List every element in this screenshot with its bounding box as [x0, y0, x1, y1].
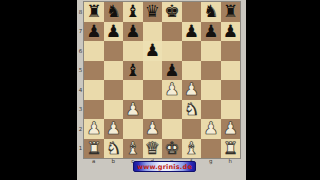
square-a8[interactable]: ♜ — [84, 2, 104, 22]
square-e8[interactable]: ♚ — [162, 2, 182, 22]
website-banner[interactable]: www.grinis.de — [133, 161, 196, 172]
rank-label-4: 4 — [77, 80, 84, 100]
square-f6[interactable] — [182, 41, 202, 61]
piece-white-pawn: ♟ — [221, 119, 241, 139]
file-label-a: a — [84, 157, 104, 165]
square-e2[interactable] — [162, 119, 182, 139]
square-d3[interactable] — [143, 100, 163, 120]
square-b7[interactable]: ♟ — [104, 22, 124, 42]
rank-label-7: 7 — [77, 22, 84, 42]
square-d8[interactable]: ♛ — [143, 2, 163, 22]
piece-black-rook: ♜ — [221, 2, 241, 22]
square-c5[interactable]: ♝ — [123, 61, 143, 81]
square-b5[interactable] — [104, 61, 124, 81]
square-d1[interactable]: ♛ — [143, 139, 163, 159]
square-a4[interactable] — [84, 80, 104, 100]
square-d7[interactable] — [143, 22, 163, 42]
piece-white-pawn: ♟ — [182, 80, 202, 100]
square-g7[interactable]: ♟ — [201, 22, 221, 42]
square-b1[interactable]: ♞ — [104, 139, 124, 159]
rank-label-8: 8 — [77, 2, 84, 22]
piece-black-rook: ♜ — [84, 2, 104, 22]
piece-black-pawn: ♟ — [143, 41, 163, 61]
website-banner-text: www.grinis.de — [137, 163, 192, 171]
square-e6[interactable] — [162, 41, 182, 61]
piece-black-pawn: ♟ — [201, 22, 221, 42]
square-g1[interactable] — [201, 139, 221, 159]
square-c1[interactable]: ♝ — [123, 139, 143, 159]
square-b8[interactable]: ♞ — [104, 2, 124, 22]
square-g8[interactable]: ♞ — [201, 2, 221, 22]
square-h8[interactable]: ♜ — [221, 2, 241, 22]
piece-white-rook: ♜ — [84, 139, 104, 159]
piece-black-pawn: ♟ — [104, 22, 124, 42]
square-d5[interactable] — [143, 61, 163, 81]
square-e3[interactable] — [162, 100, 182, 120]
square-c8[interactable]: ♝ — [123, 2, 143, 22]
square-b3[interactable] — [104, 100, 124, 120]
piece-white-bishop: ♝ — [182, 139, 202, 159]
chessboard: ♜♞♝♛♚♞♜♟♟♟♟♟♟♟♝♟♟♟♟♞♟♟♟♟♟♜♞♝♛♚♝♜ — [84, 2, 240, 158]
piece-white-king: ♚ — [162, 139, 182, 159]
square-d4[interactable] — [143, 80, 163, 100]
square-d2[interactable]: ♟ — [143, 119, 163, 139]
square-f1[interactable]: ♝ — [182, 139, 202, 159]
square-h7[interactable]: ♟ — [221, 22, 241, 42]
square-h4[interactable] — [221, 80, 241, 100]
rank-label-3: 3 — [77, 100, 84, 120]
rank-label-5: 5 — [77, 61, 84, 81]
square-g3[interactable] — [201, 100, 221, 120]
piece-black-knight: ♞ — [104, 2, 124, 22]
piece-white-pawn: ♟ — [123, 100, 143, 120]
file-label-g: g — [201, 157, 221, 165]
square-a1[interactable]: ♜ — [84, 139, 104, 159]
piece-black-pawn: ♟ — [221, 22, 241, 42]
square-h1[interactable]: ♜ — [221, 139, 241, 159]
piece-white-rook: ♜ — [221, 139, 241, 159]
rank-label-6: 6 — [77, 41, 84, 61]
square-c4[interactable] — [123, 80, 143, 100]
file-label-h: h — [221, 157, 241, 165]
piece-white-pawn: ♟ — [84, 119, 104, 139]
square-a5[interactable] — [84, 61, 104, 81]
square-c3[interactable]: ♟ — [123, 100, 143, 120]
square-e4[interactable]: ♟ — [162, 80, 182, 100]
square-g6[interactable] — [201, 41, 221, 61]
square-g5[interactable] — [201, 61, 221, 81]
piece-black-king: ♚ — [162, 2, 182, 22]
video-frame: 87654321 ♜♞♝♛♚♞♜♟♟♟♟♟♟♟♝♟♟♟♟♞♟♟♟♟♟♜♞♝♛♚♝… — [0, 0, 320, 180]
square-g2[interactable]: ♟ — [201, 119, 221, 139]
piece-white-knight: ♞ — [104, 139, 124, 159]
file-label-b: b — [104, 157, 124, 165]
piece-white-pawn: ♟ — [162, 80, 182, 100]
square-c7[interactable]: ♟ — [123, 22, 143, 42]
piece-white-knight: ♞ — [182, 100, 202, 120]
square-b6[interactable] — [104, 41, 124, 61]
square-b4[interactable] — [104, 80, 124, 100]
square-e7[interactable] — [162, 22, 182, 42]
square-b2[interactable]: ♟ — [104, 119, 124, 139]
piece-white-bishop: ♝ — [123, 139, 143, 159]
rank-label-1: 1 — [77, 139, 84, 159]
square-h3[interactable] — [221, 100, 241, 120]
square-f2[interactable] — [182, 119, 202, 139]
piece-white-pawn: ♟ — [201, 119, 221, 139]
square-a6[interactable] — [84, 41, 104, 61]
piece-white-queen: ♛ — [143, 139, 163, 159]
square-f3[interactable]: ♞ — [182, 100, 202, 120]
piece-black-pawn: ♟ — [162, 61, 182, 81]
square-e1[interactable]: ♚ — [162, 139, 182, 159]
square-g4[interactable] — [201, 80, 221, 100]
piece-black-queen: ♛ — [143, 2, 163, 22]
square-h6[interactable] — [221, 41, 241, 61]
piece-black-pawn: ♟ — [84, 22, 104, 42]
square-a3[interactable] — [84, 100, 104, 120]
rank-labels: 87654321 — [77, 2, 84, 158]
square-f8[interactable] — [182, 2, 202, 22]
square-h5[interactable] — [221, 61, 241, 81]
piece-black-knight: ♞ — [201, 2, 221, 22]
square-d6[interactable]: ♟ — [143, 41, 163, 61]
piece-black-bishop: ♝ — [123, 2, 143, 22]
piece-black-bishop: ♝ — [123, 61, 143, 81]
piece-black-pawn: ♟ — [182, 22, 202, 42]
piece-white-pawn: ♟ — [104, 119, 124, 139]
square-h2[interactable]: ♟ — [221, 119, 241, 139]
square-f4[interactable]: ♟ — [182, 80, 202, 100]
square-a7[interactable]: ♟ — [84, 22, 104, 42]
square-f7[interactable]: ♟ — [182, 22, 202, 42]
square-e5[interactable]: ♟ — [162, 61, 182, 81]
square-c2[interactable] — [123, 119, 143, 139]
piece-black-pawn: ♟ — [123, 22, 143, 42]
square-a2[interactable]: ♟ — [84, 119, 104, 139]
square-c6[interactable] — [123, 41, 143, 61]
piece-white-pawn: ♟ — [143, 119, 163, 139]
rank-label-2: 2 — [77, 119, 84, 139]
chessboard-panel: 87654321 ♜♞♝♛♚♞♜♟♟♟♟♟♟♟♝♟♟♟♟♞♟♟♟♟♟♜♞♝♛♚♝… — [77, 0, 246, 180]
square-f5[interactable] — [182, 61, 202, 81]
